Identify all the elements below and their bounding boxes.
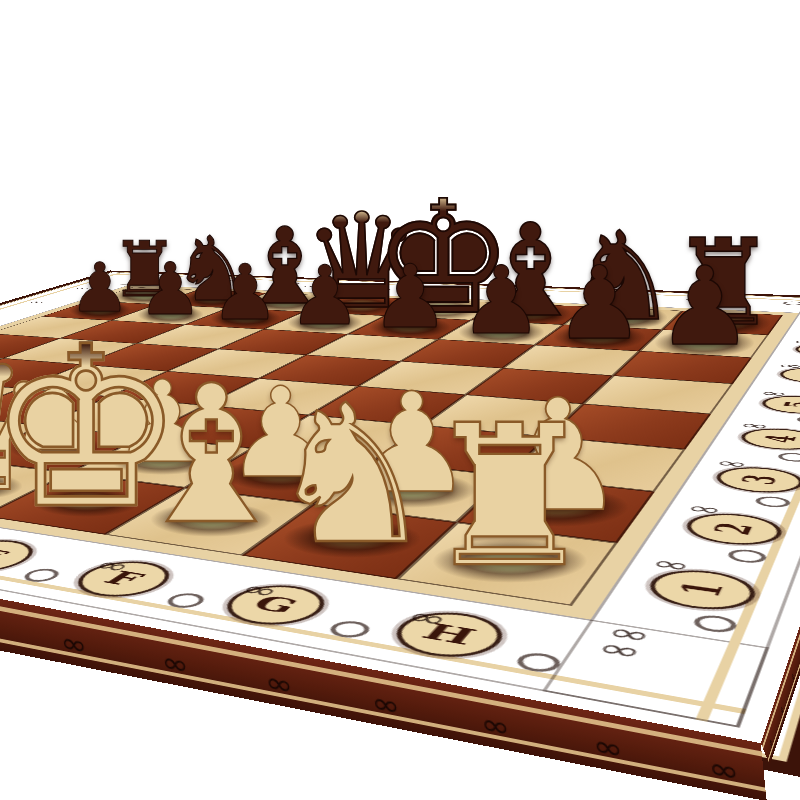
black-pawn[interactable]: ♟: [549, 254, 650, 355]
black-pawn[interactable]: ♟: [284, 255, 366, 337]
black-pawn[interactable]: ♟: [207, 255, 284, 332]
black-pawn[interactable]: ♟: [366, 254, 453, 341]
black-pawn[interactable]: ♟: [651, 253, 760, 362]
black-pawn[interactable]: ♟: [455, 254, 549, 348]
pieces-layer: ♜♞♝♛♚♝♞♜♟♟♟♟♟♟♟♟♟♟♟♟♟♟♟♟♜♞♝♛♚♝♞♜: [0, 0, 800, 800]
white-rook[interactable]: ♜: [412, 399, 607, 594]
page: ∞∞∞∞∞∞∞∞∞ ABCDEFGH∞∞∞∞∞∞∞∞∞ ∞∞∞∞∞∞∞∞∞ 12…: [0, 0, 800, 800]
